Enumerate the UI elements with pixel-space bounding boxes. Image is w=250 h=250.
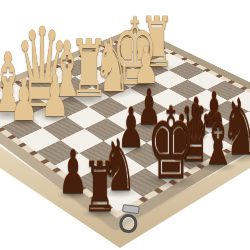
pieces-layer: ♝♟♛♟♝♜♞♚♟♜♟♜♞♟♟♚♛♟♝♟♞ xyxy=(0,0,250,250)
dark-rook: ♜ xyxy=(83,153,117,222)
light-rook: ♜ xyxy=(70,30,109,109)
dark-king: ♚ xyxy=(147,94,196,193)
dark-bishop: ♝ xyxy=(200,104,235,175)
light-pawn: ♟ xyxy=(10,71,39,129)
light-pawn: ♟ xyxy=(41,67,70,125)
chess-set-photo: ♝♟♛♟♝♜♞♚♟♜♟♜♞♟♟♚♛♟♝♟♞ xyxy=(0,0,250,250)
